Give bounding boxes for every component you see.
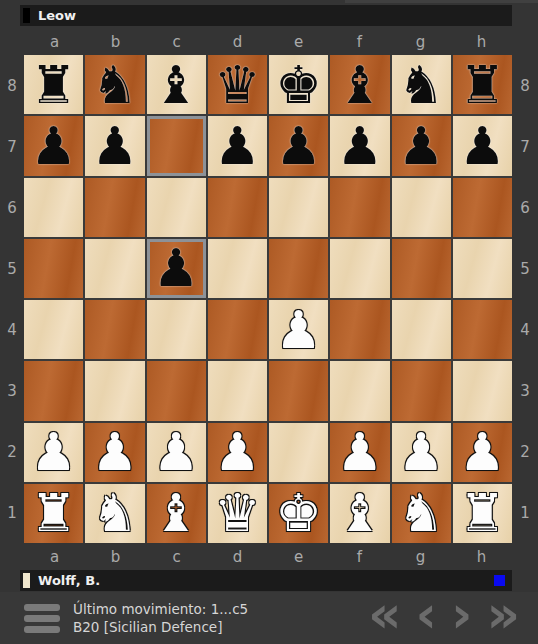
black-knight-g8: ♞ <box>398 56 445 114</box>
rank-label-7: 7 <box>0 116 24 177</box>
square-g4[interactable] <box>392 300 451 359</box>
square-e2[interactable] <box>269 423 328 482</box>
black-pawn-b7: ♟ <box>92 117 139 175</box>
rank-label-2: 2 <box>512 421 538 482</box>
rank-label-7: 7 <box>512 116 538 177</box>
file-label-e: e <box>268 545 329 569</box>
square-b1[interactable]: ♞ <box>85 484 144 543</box>
file-label-a: a <box>24 30 85 54</box>
square-f5[interactable] <box>330 239 389 298</box>
black-pawn-f7: ♟ <box>337 117 384 175</box>
square-f8[interactable]: ♝ <box>330 55 389 114</box>
next-move-button[interactable]: › <box>449 591 474 637</box>
file-label-h: h <box>451 30 512 54</box>
square-h3[interactable] <box>453 361 512 420</box>
white-bishop-c1: ♝ <box>153 484 200 542</box>
square-a8[interactable]: ♜ <box>24 55 83 114</box>
black-knight-b8: ♞ <box>92 56 139 114</box>
player-bar-white: Wolff, B. <box>20 570 512 591</box>
bottom-toolbar: Último movimiento: 1...c5 B20 [Sicilian … <box>0 592 538 644</box>
square-h2[interactable]: ♟ <box>453 423 512 482</box>
square-b6[interactable] <box>85 178 144 237</box>
square-h6[interactable] <box>453 178 512 237</box>
square-b4[interactable] <box>85 300 144 359</box>
file-label-e: e <box>268 30 329 54</box>
black-player-name: Leow <box>38 8 76 23</box>
white-pawn-e4: ♟ <box>275 301 322 359</box>
rank-labels-left: 87654321 <box>0 55 24 543</box>
square-e7[interactable]: ♟ <box>269 116 328 175</box>
black-pawn-c5: ♟ <box>153 239 200 297</box>
square-e6[interactable] <box>269 178 328 237</box>
black-pawn-a7: ♟ <box>30 117 77 175</box>
white-knight-b1: ♞ <box>92 484 139 542</box>
file-label-d: d <box>207 545 268 569</box>
white-pawn-f2: ♟ <box>337 423 384 481</box>
file-label-b: b <box>85 30 146 54</box>
black-king-e8: ♚ <box>275 56 322 114</box>
square-h8[interactable]: ♜ <box>453 55 512 114</box>
file-label-g: g <box>390 30 451 54</box>
white-queen-d1: ♛ <box>214 484 261 542</box>
square-b2[interactable]: ♟ <box>85 423 144 482</box>
rank-label-8: 8 <box>512 55 538 116</box>
square-c2[interactable]: ♟ <box>147 423 206 482</box>
file-labels-bottom: abcdefgh <box>24 545 512 569</box>
chess-app-window: Leow abcdefgh 87654321 87654321 abcdefgh… <box>0 0 538 644</box>
last-move-text: Último movimiento: 1...c5 <box>73 600 248 618</box>
file-label-g: g <box>390 545 451 569</box>
rank-label-6: 6 <box>512 177 538 238</box>
square-g8[interactable]: ♞ <box>392 55 451 114</box>
square-g3[interactable] <box>392 361 451 420</box>
black-color-marker-icon <box>23 8 30 23</box>
square-d6[interactable] <box>208 178 267 237</box>
file-label-h: h <box>451 545 512 569</box>
rank-label-5: 5 <box>512 238 538 299</box>
square-b5[interactable] <box>85 239 144 298</box>
square-e4[interactable]: ♟ <box>269 300 328 359</box>
white-pawn-d2: ♟ <box>214 423 261 481</box>
square-a5[interactable] <box>24 239 83 298</box>
square-h1[interactable]: ♜ <box>453 484 512 543</box>
square-e8[interactable]: ♚ <box>269 55 328 114</box>
square-f4[interactable] <box>330 300 389 359</box>
white-pawn-h2: ♟ <box>459 423 506 481</box>
black-bishop-c8: ♝ <box>153 56 200 114</box>
white-pawn-c2: ♟ <box>153 423 200 481</box>
white-knight-g1: ♞ <box>398 484 445 542</box>
square-c5[interactable]: ♟ <box>147 239 206 298</box>
file-label-f: f <box>329 30 390 54</box>
square-g7[interactable]: ♟ <box>392 116 451 175</box>
square-c8[interactable]: ♝ <box>147 55 206 114</box>
white-pawn-b2: ♟ <box>92 423 139 481</box>
rank-label-5: 5 <box>0 238 24 299</box>
rank-label-1: 1 <box>512 482 538 543</box>
rank-label-4: 4 <box>512 299 538 360</box>
white-rook-a1: ♜ <box>30 484 77 542</box>
square-d4[interactable] <box>208 300 267 359</box>
square-g6[interactable] <box>392 178 451 237</box>
square-c6[interactable] <box>147 178 206 237</box>
square-d7[interactable]: ♟ <box>208 116 267 175</box>
rank-label-4: 4 <box>0 299 24 360</box>
file-label-b: b <box>85 545 146 569</box>
square-g1[interactable]: ♞ <box>392 484 451 543</box>
opening-text: B20 [Sicilian Defence] <box>73 618 248 636</box>
square-d8[interactable]: ♛ <box>208 55 267 114</box>
rank-label-6: 6 <box>0 177 24 238</box>
square-e1[interactable]: ♚ <box>269 484 328 543</box>
square-c7[interactable] <box>147 116 206 175</box>
white-bishop-f1: ♝ <box>337 484 384 542</box>
file-labels-top: abcdefgh <box>24 30 512 54</box>
white-color-marker-icon <box>23 573 30 588</box>
black-pawn-e7: ♟ <box>275 117 322 175</box>
square-h5[interactable] <box>453 239 512 298</box>
square-f7[interactable]: ♟ <box>330 116 389 175</box>
black-pawn-h7: ♟ <box>459 117 506 175</box>
white-player-name: Wolff, B. <box>38 573 100 588</box>
square-b3[interactable] <box>85 361 144 420</box>
black-pawn-g7: ♟ <box>398 117 445 175</box>
square-d2[interactable]: ♟ <box>208 423 267 482</box>
black-rook-h8: ♜ <box>459 56 506 114</box>
square-b8[interactable]: ♞ <box>85 55 144 114</box>
square-f1[interactable]: ♝ <box>330 484 389 543</box>
white-pawn-a2: ♟ <box>30 423 77 481</box>
square-f3[interactable] <box>330 361 389 420</box>
move-navigation: « ‹ › » <box>366 595 522 641</box>
square-h4[interactable] <box>453 300 512 359</box>
black-rook-a8: ♜ <box>30 56 77 114</box>
file-label-c: c <box>146 30 207 54</box>
player-bar-black: Leow <box>20 5 512 26</box>
square-h7[interactable]: ♟ <box>453 116 512 175</box>
hamburger-icon <box>24 615 60 622</box>
white-rook-h1: ♜ <box>459 484 506 542</box>
file-label-a: a <box>24 545 85 569</box>
square-a1[interactable]: ♜ <box>24 484 83 543</box>
menu-button[interactable] <box>24 604 60 633</box>
square-c4[interactable] <box>147 300 206 359</box>
rank-label-3: 3 <box>512 360 538 421</box>
black-pawn-d7: ♟ <box>214 117 261 175</box>
file-label-c: c <box>146 545 207 569</box>
file-label-f: f <box>329 545 390 569</box>
square-a6[interactable] <box>24 178 83 237</box>
square-g2[interactable]: ♟ <box>392 423 451 482</box>
square-a3[interactable] <box>24 361 83 420</box>
rank-labels-right: 87654321 <box>512 55 538 543</box>
hamburger-icon <box>24 626 60 633</box>
status-text: Último movimiento: 1...c5 B20 [Sicilian … <box>73 600 248 636</box>
square-d3[interactable] <box>208 361 267 420</box>
square-d5[interactable] <box>208 239 267 298</box>
square-a7[interactable]: ♟ <box>24 116 83 175</box>
black-bishop-f8: ♝ <box>337 56 384 114</box>
square-a4[interactable] <box>24 300 83 359</box>
square-e3[interactable] <box>269 361 328 420</box>
hamburger-icon <box>24 604 60 611</box>
square-c1[interactable]: ♝ <box>147 484 206 543</box>
file-label-d: d <box>207 30 268 54</box>
rank-label-1: 1 <box>0 482 24 543</box>
square-a2[interactable]: ♟ <box>24 423 83 482</box>
first-move-button[interactable]: « <box>366 591 404 637</box>
white-pawn-g2: ♟ <box>398 423 445 481</box>
black-queen-d8: ♛ <box>214 56 261 114</box>
square-d1[interactable]: ♛ <box>208 484 267 543</box>
rank-label-3: 3 <box>0 360 24 421</box>
top-divider <box>345 0 538 3</box>
rank-label-8: 8 <box>0 55 24 116</box>
last-move-button[interactable]: » <box>484 591 522 637</box>
white-king-e1: ♚ <box>275 484 322 542</box>
square-b7[interactable]: ♟ <box>85 116 144 175</box>
square-c3[interactable] <box>147 361 206 420</box>
square-f6[interactable] <box>330 178 389 237</box>
square-g5[interactable] <box>392 239 451 298</box>
chess-board: ♜♞♝♛♚♝♞♜♟♟♟♟♟♟♟♟♟♟♟♟♟♟♟♟♜♞♝♛♚♝♞♜ <box>24 55 512 543</box>
square-e5[interactable] <box>269 239 328 298</box>
previous-move-button[interactable]: ‹ <box>414 591 439 637</box>
square-f2[interactable]: ♟ <box>330 423 389 482</box>
rank-label-2: 2 <box>0 421 24 482</box>
